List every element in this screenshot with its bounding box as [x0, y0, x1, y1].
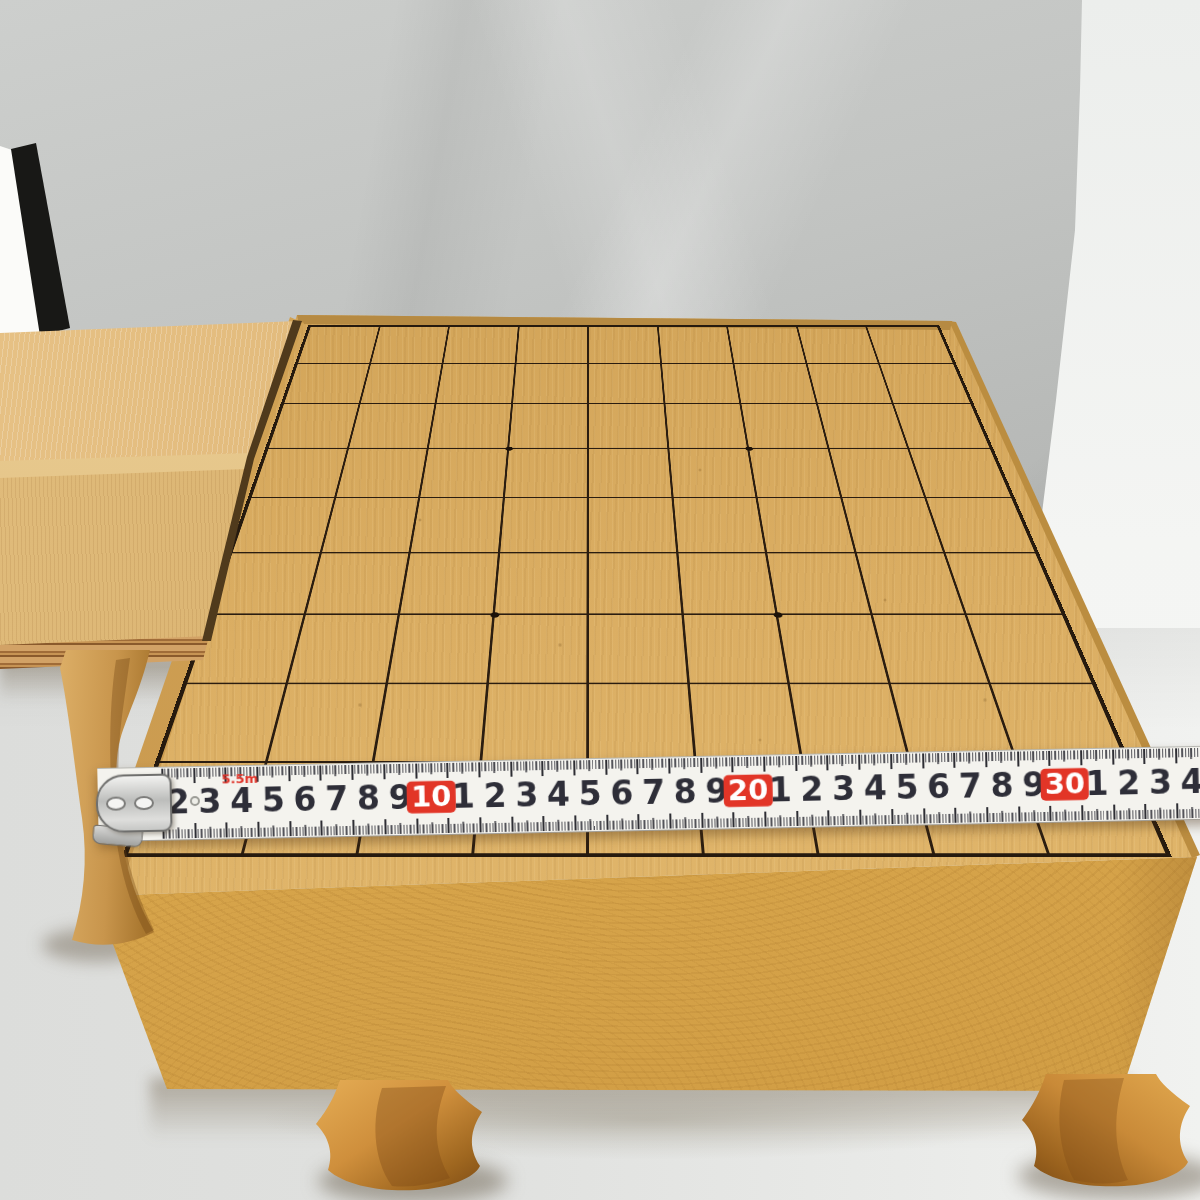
tape-mark-cm: 1 — [446, 761, 479, 834]
tape-number: 1 — [768, 773, 791, 806]
tape-number: 6 — [293, 783, 316, 816]
tape-mark-cm: 8 — [668, 757, 701, 830]
tape-number: 7 — [642, 776, 665, 809]
hook-hole — [134, 796, 154, 810]
tape-number: 5 — [262, 783, 285, 816]
tape-mark-cm: 5 — [256, 765, 289, 838]
tape-mark-cm: 3 — [510, 760, 543, 833]
tape-mark-cm: 7 — [636, 758, 669, 831]
tape-number: 4 — [230, 784, 253, 817]
board-leg-left — [312, 1078, 487, 1196]
tape-number: 3 — [515, 778, 538, 811]
tape-mark-cm: 6 — [288, 765, 321, 838]
tape-mark-10cm: 20 — [732, 756, 765, 829]
tape-mark-cm: 3 — [827, 754, 860, 827]
tape-number: 1 — [1085, 767, 1108, 800]
tape-mark-cm: 8 — [985, 751, 1018, 824]
tape-mark-cm: 2 — [1112, 748, 1145, 821]
tape-mark-cm: 8 — [351, 763, 384, 836]
tape-number: 3 — [832, 772, 855, 805]
tape-length-label: 5.5m — [221, 771, 258, 787]
tape-mark-cm: 1 — [763, 755, 796, 828]
tape-mark-cm: 2 — [795, 754, 828, 827]
tape-number: 6 — [610, 776, 633, 809]
tape-number: 2 — [1117, 766, 1140, 799]
tape-number: 4 — [547, 778, 570, 811]
tape-number: 4 — [1180, 765, 1200, 798]
tape-number: 7 — [959, 769, 982, 802]
tape-mark-cm: 7 — [320, 764, 353, 837]
tape-number: 3 — [1149, 766, 1172, 799]
tape-number: 8 — [673, 775, 696, 808]
tape-number: 3 — [198, 785, 221, 818]
tape-mark-10cm: 10 — [415, 762, 448, 835]
tape-end-hook — [95, 774, 172, 834]
tape-number: 2 — [483, 779, 506, 812]
tape-mark-cm: 4 — [541, 759, 574, 832]
tape-number: 8 — [357, 782, 380, 815]
tape-number: 5 — [895, 771, 918, 804]
tape-number: 7 — [325, 782, 348, 815]
board-leg-right — [1016, 1072, 1196, 1192]
tape-mark-cm: 4 — [1175, 747, 1200, 820]
tape-mark-cm: 2 — [478, 761, 511, 834]
tape-mark-cm: 6 — [922, 752, 955, 825]
photo-canvas: 234567891012345678920123456789301234 5.5… — [0, 0, 1200, 1200]
tape-number: 8 — [990, 769, 1013, 802]
tape-mark-cm: 5 — [573, 759, 606, 832]
tape-number: 6 — [927, 770, 950, 803]
tape-number: 4 — [863, 771, 886, 804]
tape-mark-10cm: 30 — [1048, 749, 1081, 822]
tape-mark-cm: 5 — [890, 752, 923, 825]
tape-mark-cm: 1 — [1080, 749, 1113, 822]
tape-mark-cm: 3 — [1143, 747, 1176, 820]
tape-mark-cm: 6 — [605, 758, 638, 831]
tape-number: 1 — [452, 780, 475, 813]
hook-hole — [106, 796, 126, 810]
tape-number: 5 — [578, 777, 601, 810]
tape-mark-cm: 4 — [858, 753, 891, 826]
tape-number: 2 — [800, 773, 823, 806]
tape-mark-cm: 7 — [953, 751, 986, 824]
